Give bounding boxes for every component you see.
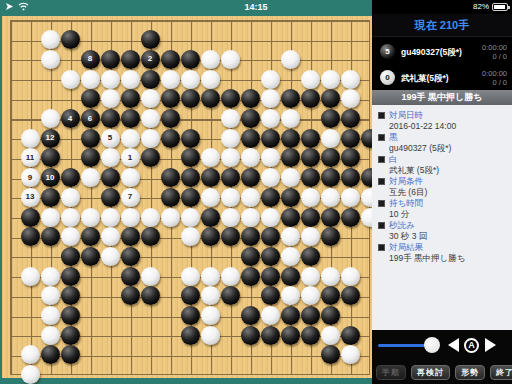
info-label: 対局結果 [372,242,512,253]
black-stone [61,326,80,345]
black-stone [281,129,300,148]
black-stone-move-4: 4 [61,109,80,128]
player-row-black: 5 gu490327(5段*) 0:00:000 / 0 [372,39,512,65]
black-stone [341,168,360,187]
player-row-white: 0 武礼菓(5段*) 0:00:000 / 0 [372,65,512,91]
white-stone [201,70,220,89]
white-stone [181,227,200,246]
white-stone [281,50,300,69]
white-stone [261,148,280,167]
black-stone-move-6: 6 [81,109,100,128]
white-stone [21,345,40,364]
white-stone [281,168,300,187]
black-stone [101,188,120,207]
black-stone [161,188,180,207]
white-stone [141,109,160,128]
black-stone [181,168,200,187]
black-stone-icon: 5 [380,44,395,59]
black-stone [301,326,320,345]
black-stone [201,168,220,187]
black-stone [221,168,240,187]
black-stone [261,129,280,148]
move-slider[interactable] [378,337,440,353]
list-bullet-icon [378,112,385,119]
board-frame: 8246125111910137 [0,14,372,384]
white-stone [301,227,320,246]
white-stone [61,208,80,227]
white-stone [101,70,120,89]
black-stone [241,129,260,148]
black-stone [281,326,300,345]
app-screen: 14:15 82% 8246125111910137 現在 210手 5 gu4… [0,0,512,384]
step-forward-icon[interactable] [485,338,496,352]
white-stone [61,188,80,207]
black-stone [61,345,80,364]
white-stone [281,227,300,246]
black-stone [341,109,360,128]
black-stone [241,247,260,266]
black-stone [121,286,140,305]
white-stone [321,129,340,148]
white-stone [41,50,60,69]
list-bullet-icon [378,244,385,251]
white-stone [81,208,100,227]
move-counter-header: 現在 210手 [372,14,512,37]
black-stone [321,89,340,108]
white-stone [321,326,340,345]
white-stone [121,129,140,148]
white-stone [341,89,360,108]
white-stone [201,188,220,207]
white-stone [301,188,320,207]
white-stone [41,286,60,305]
info-value: 互先 (6目) [372,187,512,198]
black-stone [281,148,300,167]
black-stone [141,70,160,89]
status-time: 14:15 [0,2,512,12]
white-stone [141,208,160,227]
black-stone [181,148,200,167]
black-stone [301,168,320,187]
black-stone [241,227,260,246]
black-stone [261,227,280,246]
black-stone [121,227,140,246]
black-stone-move-2: 2 [141,50,160,69]
sidebar-button-row: 手順 再検討 形勢 終了 [372,360,512,384]
black-stone [321,286,340,305]
white-stone [81,70,100,89]
white-stone [261,306,280,325]
white-stone [181,267,200,286]
black-stone [101,50,120,69]
black-stone-move-8: 8 [81,50,100,69]
black-stone [61,286,80,305]
white-stone [41,208,60,227]
black-stone [41,188,60,207]
white-stone [281,109,300,128]
status-bar: 14:15 82% [0,0,512,14]
black-stone [201,208,220,227]
white-stone [301,70,320,89]
black-stone [81,129,100,148]
list-bullet-icon [378,156,385,163]
white-stone [221,50,240,69]
black-stone [101,168,120,187]
black-stone [241,306,260,325]
black-stone [321,306,340,325]
white-stone [41,30,60,49]
white-stone [41,109,60,128]
black-stone [141,227,160,246]
black-stone [321,109,340,128]
white-stone [41,306,60,325]
black-stone [341,129,360,148]
black-stone-move-12: 12 [41,129,60,148]
info-label: 持ち時間 [372,198,512,209]
black-stone [321,345,340,364]
white-stone [201,50,220,69]
step-back-icon[interactable] [448,338,459,352]
battery-icon [492,3,508,11]
black-stone [301,247,320,266]
black-stone [21,208,40,227]
white-stone [221,129,240,148]
black-stone [41,148,60,167]
go-board[interactable]: 8246125111910137 [2,16,372,378]
list-bullet-icon [378,200,385,207]
black-stone [181,306,200,325]
black-player-clock: 0:00:000 / 0 [482,43,507,61]
move-counter-text: 現在 210手 [415,18,469,33]
list-bullet-icon [378,134,385,141]
white-stone [121,208,140,227]
white-stone [221,188,240,207]
black-stone [121,89,140,108]
info-label: 秒読み [372,220,512,231]
auto-play-icon[interactable]: A [464,338,479,353]
white-stone [181,208,200,227]
black-stone [181,286,200,305]
black-stone [61,306,80,325]
info-value: gu490327 (5段*) [372,143,512,154]
white-stone-move-13: 13 [21,188,40,207]
white-stone [341,188,360,207]
white-stone-move-11: 11 [21,148,40,167]
black-stone [161,50,180,69]
info-value: 2016-01-22 14:00 [372,121,512,132]
black-stone [181,188,200,207]
white-stone [61,227,80,246]
info-value: 武礼菓 (5段*) [372,165,512,176]
white-stone [321,188,340,207]
white-stone [101,227,120,246]
black-stone [301,208,320,227]
info-label: 白 [372,154,512,165]
shuryo-button[interactable]: 終了 [490,365,512,380]
info-value: 30 秒 3 回 [372,231,512,242]
sidebar: 現在 210手 5 gu490327(5段*) 0:00:000 / 0 0 武… [372,14,512,384]
black-stone [301,306,320,325]
black-stone [301,89,320,108]
black-stone [281,208,300,227]
white-stone [81,168,100,187]
black-player-name: gu490327(5段*) [401,47,462,59]
black-stone [341,208,360,227]
white-stone [261,89,280,108]
white-stone [121,70,140,89]
black-stone [141,30,160,49]
info-label: 黒 [372,132,512,143]
black-stone [181,129,200,148]
black-stone [161,168,180,187]
black-stone [181,50,200,69]
black-stone [261,326,280,345]
black-stone [121,50,140,69]
white-stone [201,286,220,305]
white-stone [301,286,320,305]
list-bullet-icon [378,178,385,185]
white-stone [201,326,220,345]
white-stone [341,70,360,89]
white-stone [261,109,280,128]
white-stone [21,365,40,384]
black-stone [81,89,100,108]
result-bar: 199手 黒中押し勝ち [372,90,512,105]
black-stone [81,247,100,266]
info-label: 対局条件 [372,176,512,187]
black-stone [321,168,340,187]
white-stone [261,208,280,227]
black-stone [181,89,200,108]
white-stone [41,267,60,286]
black-stone [241,109,260,128]
black-stone [41,227,60,246]
black-stone [161,89,180,108]
result-text: 199手 黒中押し勝ち [402,91,483,104]
info-value: 10 分 [372,209,512,220]
black-stone [261,267,280,286]
white-stone [161,70,180,89]
black-stone [101,109,120,128]
black-stone [241,89,260,108]
black-stone [261,188,280,207]
black-stone [301,148,320,167]
white-stone [261,70,280,89]
white-stone [221,109,240,128]
black-stone [321,208,340,227]
black-stone [41,345,60,364]
white-stone [201,267,220,286]
black-stone [261,286,280,305]
black-stone [281,89,300,108]
black-stone [341,286,360,305]
black-stone [261,247,280,266]
white-stone [241,188,260,207]
white-stone-move-9: 9 [21,168,40,187]
black-stone [321,148,340,167]
white-stone [101,208,120,227]
black-stone [201,89,220,108]
black-stone [61,168,80,187]
white-stone [201,148,220,167]
black-stone [61,267,80,286]
white-stone [281,286,300,305]
white-player-name: 武礼菓(5段*) [401,73,449,85]
white-player-clock: 0:00:000 / 0 [482,69,507,87]
black-stone [321,227,340,246]
white-stone [41,326,60,345]
list-bullet-icon [378,222,385,229]
black-stone [281,267,300,286]
white-stone [301,267,320,286]
white-stone-move-7: 7 [121,188,140,207]
white-stone [21,129,40,148]
black-stone [241,267,260,286]
white-stone [221,208,240,227]
white-stone [161,208,180,227]
black-stone [301,129,320,148]
black-stone [21,227,40,246]
slider-knob[interactable] [424,337,440,353]
black-stone [341,326,360,345]
black-stone [141,148,160,167]
white-stone [141,89,160,108]
white-stone [101,89,120,108]
saikento-button[interactable]: 再検討 [411,365,450,380]
info-label: 対局日時 [372,110,512,121]
black-stone [201,227,220,246]
white-stone [261,168,280,187]
battery-percent: 82% [473,2,489,11]
white-stone [201,306,220,325]
black-stone [281,188,300,207]
white-stone [321,70,340,89]
info-value: 199手 黒中押し勝ち [372,253,512,264]
black-stone [241,168,260,187]
white-stone [321,267,340,286]
white-stone [241,148,260,167]
game-info-list: 対局日時2016-01-22 14:00黒gu490327 (5段*)白武礼菓 … [372,105,512,330]
white-stone [101,247,120,266]
black-stone [221,89,240,108]
white-stone [101,148,120,167]
white-stone-icon: 0 [380,70,395,85]
white-stone [241,208,260,227]
black-stone [281,306,300,325]
white-stone [341,267,360,286]
black-stone-move-10: 10 [41,168,60,187]
black-stone [121,247,140,266]
black-stone [181,326,200,345]
white-stone [221,267,240,286]
black-stone [161,109,180,128]
black-stone [221,286,240,305]
white-stone [21,267,40,286]
battery-indicator: 82% [473,2,508,11]
white-stone [121,168,140,187]
black-stone [121,267,140,286]
black-stone [121,109,140,128]
white-stone [141,129,160,148]
white-stone [61,70,80,89]
white-stone [341,345,360,364]
tejun-button: 手順 [376,365,406,380]
white-stone [141,267,160,286]
black-stone [221,227,240,246]
keisei-button[interactable]: 形勢 [455,365,485,380]
black-stone [341,148,360,167]
playback-controls: A [372,330,512,360]
white-stone [281,247,300,266]
white-stone-move-5: 5 [101,129,120,148]
black-stone [61,30,80,49]
white-stone [221,148,240,167]
black-stone [61,247,80,266]
white-stone-move-1: 1 [121,148,140,167]
black-stone [161,129,180,148]
black-stone [241,326,260,345]
black-stone [81,148,100,167]
black-stone [81,227,100,246]
black-stone [141,286,160,305]
white-stone [181,70,200,89]
